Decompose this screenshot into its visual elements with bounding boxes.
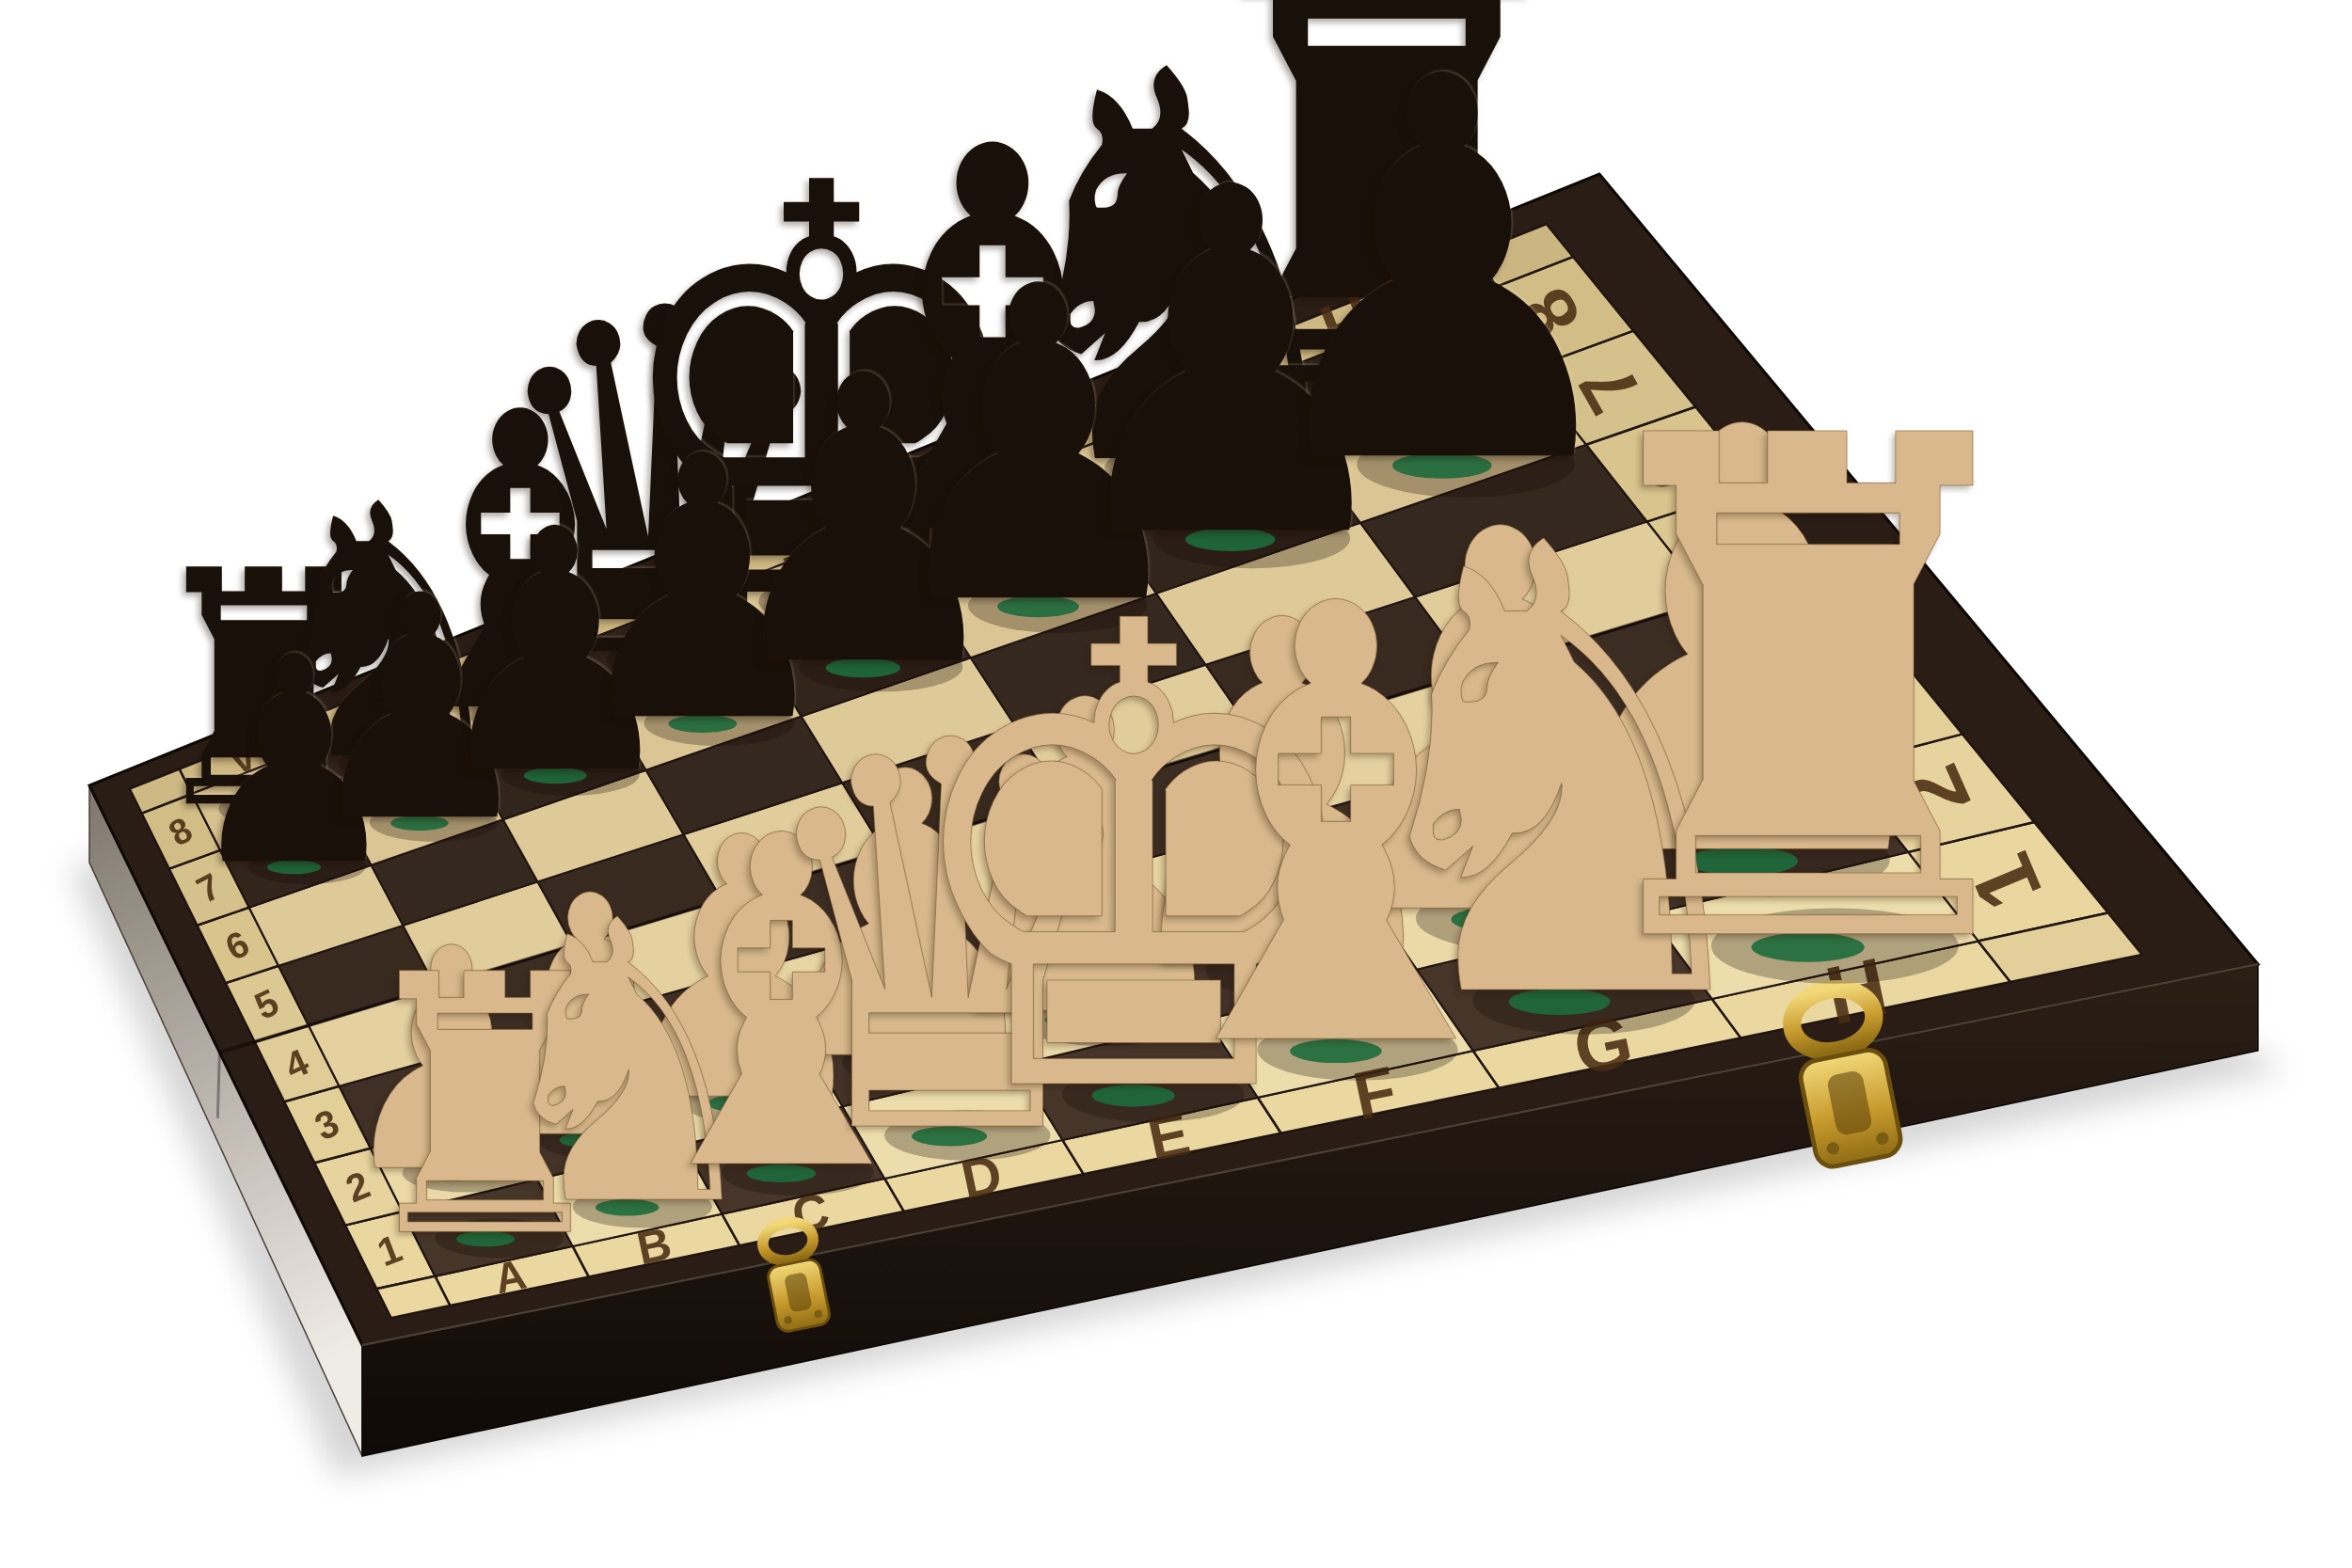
fold-seam-side	[217, 1053, 219, 1118]
photo-stage: AABBCCDDEEFFGGHH1122334455667788 ♜♞♝♛♚♝♞…	[0, 0, 2352, 1568]
piece-white-rook-h1[interactable]: ♜	[1471, 351, 2145, 1039]
